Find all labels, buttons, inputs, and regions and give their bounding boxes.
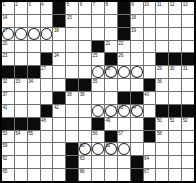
circle-marker (92, 66, 104, 78)
clue-number: 24 (54, 53, 59, 58)
black-cell (66, 156, 78, 168)
grid-cell[interactable]: 25 (92, 53, 104, 65)
black-cell (169, 105, 181, 117)
grid-cell[interactable] (182, 15, 194, 27)
grid-cell[interactable] (105, 105, 117, 117)
clue-number: 43 (118, 105, 123, 110)
clue-number: 42 (54, 105, 59, 110)
grid-cell[interactable]: 1 (2, 2, 14, 14)
clue-number: 19 (131, 28, 136, 33)
grid-cell[interactable] (182, 169, 194, 181)
black-cell (66, 169, 78, 181)
grid-cell[interactable]: 41 (2, 105, 14, 117)
grid-cell[interactable]: 30 (169, 66, 181, 78)
clue-number: 36 (157, 79, 162, 84)
grid-cell[interactable]: 48 (41, 118, 53, 130)
grid-cell[interactable]: 42 (53, 105, 65, 117)
grid-cell[interactable] (92, 105, 104, 117)
clue-number: 64 (144, 156, 149, 161)
grid-cell[interactable] (66, 41, 78, 53)
clue-number: 12 (170, 2, 175, 7)
grid-cell[interactable] (118, 143, 130, 155)
clue-number: 39 (80, 92, 85, 97)
clue-number: 28 (105, 66, 110, 71)
grid-cell[interactable] (53, 156, 65, 168)
black-cell (28, 66, 40, 78)
grid-cell[interactable] (66, 131, 78, 143)
black-cell (92, 118, 104, 130)
black-cell (144, 118, 156, 130)
black-cell (144, 131, 156, 143)
grid-cell[interactable] (53, 131, 65, 143)
black-cell (118, 28, 130, 40)
grid-cell[interactable] (79, 53, 91, 65)
grid-cell[interactable]: 28 (105, 66, 117, 78)
circle-marker (41, 28, 53, 40)
clue-number: 22 (118, 41, 123, 46)
grid-cell[interactable]: 13 (182, 2, 194, 14)
clue-number: 41 (3, 105, 8, 110)
circle-marker (118, 143, 130, 155)
grid-cell[interactable] (41, 131, 53, 143)
grid-cell[interactable]: 44 (131, 105, 143, 117)
grid-cell[interactable] (41, 41, 53, 53)
grid-cell[interactable]: 26 (118, 53, 130, 65)
grid-cell[interactable]: 27 (41, 66, 53, 78)
grid-cell[interactable]: 24 (53, 53, 65, 65)
black-cell (144, 79, 156, 91)
grid-cell[interactable] (105, 92, 117, 104)
grid-cell[interactable]: 43 (118, 105, 130, 117)
clue-number: 40 (144, 92, 149, 97)
grid-cell[interactable]: 39 (79, 92, 91, 104)
grid-cell[interactable] (156, 92, 168, 104)
grid-cell[interactable]: 36 (156, 79, 168, 91)
grid-cell[interactable] (169, 41, 181, 53)
circle-marker (118, 66, 130, 78)
black-cell (28, 118, 40, 130)
grid-cell[interactable] (182, 28, 194, 40)
grid-cell[interactable]: 35 (92, 79, 104, 91)
black-cell (105, 131, 117, 143)
grid-cell[interactable] (15, 41, 27, 53)
grid-cell[interactable] (92, 15, 104, 27)
clue-number: 58 (157, 131, 162, 136)
black-cell (131, 169, 143, 181)
grid-cell[interactable] (79, 118, 91, 130)
clue-number: 48 (41, 118, 46, 123)
grid-cell[interactable] (118, 156, 130, 168)
grid-cell[interactable]: 51 (169, 118, 181, 130)
grid-cell[interactable]: 38 (66, 92, 78, 104)
grid-cell[interactable] (28, 143, 40, 155)
clue-number: 67 (144, 169, 149, 174)
grid-cell[interactable] (66, 118, 78, 130)
grid-cell[interactable]: 22 (118, 41, 130, 53)
grid-cell[interactable]: 56 (92, 131, 104, 143)
black-cell (2, 66, 14, 78)
clue-number: 66 (80, 169, 85, 174)
grid-cell[interactable] (53, 143, 65, 155)
grid-cell[interactable]: 4 (41, 2, 53, 14)
black-cell (15, 118, 27, 130)
grid-cell[interactable] (169, 79, 181, 91)
clue-number: 15 (67, 15, 72, 20)
grid-cell[interactable]: 11 (156, 2, 168, 14)
clue-number: 56 (93, 131, 98, 136)
grid-cell[interactable]: 40 (144, 92, 156, 104)
grid-cell[interactable] (92, 28, 104, 40)
grid-cell[interactable]: 55 (28, 131, 40, 143)
grid-cell[interactable] (182, 143, 194, 155)
grid-cell[interactable] (156, 41, 168, 53)
grid-cell[interactable] (53, 41, 65, 53)
grid-cell[interactable] (28, 92, 40, 104)
clue-number: 50 (157, 118, 162, 123)
grid-cell[interactable]: 31 (182, 66, 194, 78)
clue-number: 52 (183, 118, 188, 123)
clue-number: 2 (15, 2, 17, 7)
grid-cell[interactable] (92, 66, 104, 78)
grid-cell[interactable] (66, 28, 78, 40)
grid-cell[interactable]: 16 (131, 15, 143, 27)
grid-cell[interactable] (66, 105, 78, 117)
black-cell (169, 53, 181, 65)
black-cell (92, 41, 104, 53)
grid-cell[interactable] (15, 169, 27, 181)
clue-number: 65 (3, 169, 8, 174)
clue-number: 17 (3, 28, 8, 33)
grid-cell[interactable] (131, 79, 143, 91)
grid-cell[interactable] (41, 28, 53, 40)
grid-cell[interactable] (41, 79, 53, 91)
black-cell (156, 53, 168, 65)
grid-cell[interactable] (182, 79, 194, 91)
black-cell (79, 79, 91, 91)
grid-cell[interactable]: 33 (15, 79, 27, 91)
grid-cell[interactable]: 66 (79, 169, 91, 181)
grid-cell[interactable] (41, 156, 53, 168)
grid-cell[interactable] (169, 169, 181, 181)
clue-number: 59 (3, 143, 8, 148)
grid-cell[interactable] (131, 131, 143, 143)
grid-cell[interactable] (118, 169, 130, 181)
grid-cell[interactable] (66, 66, 78, 78)
clue-number: 44 (131, 105, 136, 110)
clue-number: 26 (118, 53, 123, 58)
grid-cell[interactable] (131, 41, 143, 53)
grid-cell[interactable] (15, 92, 27, 104)
grid-cell[interactable] (169, 131, 181, 143)
clue-number: 7 (93, 2, 95, 7)
grid-cell[interactable] (156, 28, 168, 40)
grid-cell[interactable] (92, 156, 104, 168)
grid-cell[interactable] (28, 169, 40, 181)
clue-number: 51 (170, 118, 175, 123)
grid-cell[interactable] (53, 79, 65, 91)
grid-cell[interactable] (144, 41, 156, 53)
grid-cell[interactable]: 50 (156, 118, 168, 130)
grid-cell[interactable] (131, 143, 143, 155)
clue-number: 34 (28, 79, 33, 84)
grid-cell[interactable] (53, 66, 65, 78)
black-cell (118, 92, 130, 104)
grid-cell[interactable] (156, 143, 168, 155)
clue-number: 54 (15, 131, 20, 136)
grid-cell[interactable]: 59 (2, 143, 14, 155)
grid-cell[interactable] (144, 143, 156, 155)
grid-cell[interactable] (169, 92, 181, 104)
clue-number: 25 (93, 53, 98, 58)
black-cell (131, 156, 143, 168)
grid-cell[interactable]: 64 (144, 156, 156, 168)
clue-number: 6 (80, 2, 82, 7)
circle-marker (105, 105, 117, 117)
black-cell (41, 53, 53, 65)
grid-cell[interactable] (66, 53, 78, 65)
clue-number: 63 (80, 156, 85, 161)
grid-cell[interactable] (169, 28, 181, 40)
clue-number: 31 (183, 66, 188, 71)
grid-cell[interactable] (15, 28, 27, 40)
clue-number: 5 (67, 2, 69, 7)
grid-cell[interactable]: 19 (131, 28, 143, 40)
black-cell (66, 79, 78, 91)
grid-cell[interactable] (15, 143, 27, 155)
grid-cell[interactable]: 14 (2, 15, 14, 27)
grid-cell[interactable] (118, 118, 130, 130)
black-cell (2, 118, 14, 130)
circle-marker (92, 105, 104, 117)
clue-number: 20 (3, 41, 8, 46)
grid-cell[interactable] (105, 15, 117, 27)
grid-cell[interactable]: 60 (79, 143, 91, 155)
grid-cell[interactable] (144, 53, 156, 65)
grid-cell[interactable]: 23 (2, 53, 14, 65)
clue-number: 21 (105, 41, 110, 46)
clue-number: 4 (41, 2, 43, 7)
grid-cell[interactable] (131, 66, 143, 78)
grid-cell[interactable]: 20 (2, 41, 14, 53)
crossword-puzzle: 1234567891011121314151617181920212223242… (0, 0, 196, 183)
grid-cell[interactable] (28, 28, 40, 40)
grid-cell[interactable]: 65 (2, 169, 14, 181)
grid-cell[interactable] (53, 118, 65, 130)
grid-cell[interactable]: 62 (2, 156, 14, 168)
circle-marker (92, 143, 104, 155)
clue-number: 62 (3, 156, 8, 161)
grid-cell[interactable] (28, 105, 40, 117)
black-cell (15, 66, 27, 78)
grid-cell[interactable]: 3 (28, 2, 40, 14)
grid-cell[interactable] (15, 53, 27, 65)
grid-cell[interactable] (131, 53, 143, 65)
black-cell (53, 2, 65, 14)
grid-cell[interactable]: 17 (2, 28, 14, 40)
clue-number: 57 (118, 131, 123, 136)
grid-cell[interactable]: 9 (131, 2, 143, 14)
grid-cell[interactable] (105, 79, 117, 91)
circle-marker (131, 66, 143, 78)
grid-cell[interactable]: 37 (2, 92, 14, 104)
grid-cell[interactable] (41, 169, 53, 181)
grid-cell[interactable] (28, 156, 40, 168)
black-cell (53, 92, 65, 104)
grid-cell[interactable] (144, 105, 156, 117)
grid-cell[interactable] (15, 15, 27, 27)
grid-cell[interactable] (41, 15, 53, 27)
grid-cell[interactable]: 52 (182, 118, 194, 130)
grid-cell[interactable] (182, 92, 194, 104)
grid-cell[interactable]: 34 (28, 79, 40, 91)
grid-cell[interactable] (156, 15, 168, 27)
circle-marker (15, 28, 27, 40)
grid-cell[interactable] (182, 156, 194, 168)
black-cell (53, 15, 65, 27)
grid-cell[interactable] (28, 41, 40, 53)
clue-number: 27 (41, 66, 46, 71)
grid-cell[interactable]: 12 (169, 2, 181, 14)
grid-cell[interactable] (144, 28, 156, 40)
clue-number: 32 (3, 79, 8, 84)
grid-cell[interactable]: 57 (118, 131, 130, 143)
grid-cell[interactable] (156, 156, 168, 168)
grid-cell[interactable]: 10 (144, 2, 156, 14)
grid-cell[interactable] (182, 131, 194, 143)
grid-cell[interactable] (92, 143, 104, 155)
grid-cell[interactable]: 2 (15, 2, 27, 14)
grid-cell[interactable] (169, 143, 181, 155)
grid-cell[interactable] (41, 92, 53, 104)
black-cell (118, 15, 130, 27)
grid-cell[interactable]: 21 (105, 41, 117, 53)
black-cell (182, 53, 194, 65)
clue-number: 61 (105, 143, 110, 148)
grid-cell[interactable] (79, 131, 91, 143)
clue-number: 35 (93, 79, 98, 84)
grid-cell[interactable]: 7 (92, 2, 104, 14)
grid-cell[interactable] (105, 28, 117, 40)
clue-number: 18 (54, 28, 59, 33)
clue-number: 13 (183, 2, 188, 7)
grid-cell[interactable] (53, 169, 65, 181)
grid-cell[interactable]: 67 (144, 169, 156, 181)
clue-number: 1 (3, 2, 5, 7)
grid-cell[interactable]: 8 (105, 2, 117, 14)
grid-cell[interactable]: 32 (2, 79, 14, 91)
grid-cell[interactable]: 63 (79, 156, 91, 168)
grid-cell[interactable] (156, 169, 168, 181)
clue-number: 3 (28, 2, 30, 7)
clue-number: 14 (3, 15, 8, 20)
circle-marker (28, 28, 40, 40)
clue-number: 49 (105, 118, 110, 123)
grid-cell[interactable]: 54 (15, 131, 27, 143)
grid-cell[interactable] (169, 15, 181, 27)
clue-number: 9 (131, 2, 133, 7)
grid-cell[interactable] (118, 66, 130, 78)
clue-number: 23 (3, 53, 8, 58)
grid-cell[interactable] (79, 105, 91, 117)
grid-cell[interactable]: 29 (156, 66, 168, 78)
grid-cell[interactable] (131, 118, 143, 130)
black-cell (105, 53, 117, 65)
clue-number: 10 (144, 2, 149, 7)
grid-cell[interactable] (92, 169, 104, 181)
clue-number: 8 (105, 2, 107, 7)
black-cell (131, 92, 143, 104)
grid-cell[interactable] (169, 156, 181, 168)
grid-cell[interactable] (79, 41, 91, 53)
grid-cell[interactable] (79, 66, 91, 78)
black-cell (156, 105, 168, 117)
grid-cell[interactable] (79, 28, 91, 40)
grid-cell[interactable] (28, 53, 40, 65)
clue-number: 33 (15, 79, 20, 84)
grid-cell[interactable] (79, 15, 91, 27)
grid-cell[interactable] (41, 143, 53, 155)
clue-number: 30 (170, 66, 175, 71)
clue-number: 11 (157, 2, 161, 7)
grid-cell[interactable] (144, 15, 156, 27)
grid-cell[interactable]: 18 (53, 28, 65, 40)
grid-cell[interactable]: 58 (156, 131, 168, 143)
crossword-board: 1234567891011121314151617181920212223242… (0, 0, 196, 183)
grid-cell[interactable] (15, 156, 27, 168)
grid-cell[interactable] (144, 66, 156, 78)
grid-cell[interactable] (105, 169, 117, 181)
clue-number: 55 (28, 131, 33, 136)
grid-cell[interactable]: 49 (105, 118, 117, 130)
clue-number: 60 (80, 143, 85, 148)
grid-cell[interactable]: 53 (2, 131, 14, 143)
grid-cell[interactable] (15, 105, 27, 117)
grid-cell[interactable]: 15 (66, 15, 78, 27)
grid-cell[interactable] (182, 41, 194, 53)
clue-number: 16 (131, 15, 136, 20)
grid-cell[interactable]: 6 (79, 2, 91, 14)
black-cell (41, 105, 53, 117)
grid-cell[interactable]: 61 (105, 143, 117, 155)
grid-cell[interactable] (92, 92, 104, 104)
grid-cell[interactable] (105, 156, 117, 168)
black-cell (182, 105, 194, 117)
black-cell (118, 2, 130, 14)
clue-number: 37 (3, 92, 8, 97)
clue-number: 29 (157, 66, 162, 71)
grid-cell[interactable] (118, 79, 130, 91)
grid-cell[interactable] (28, 15, 40, 27)
black-cell (66, 143, 78, 155)
clue-number: 53 (3, 131, 8, 136)
clue-number: 38 (67, 92, 72, 97)
grid-cell[interactable]: 5 (66, 2, 78, 14)
